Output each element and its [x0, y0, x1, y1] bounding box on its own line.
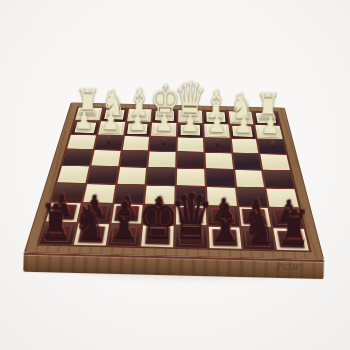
square-f8[interactable]: ♝ [107, 225, 141, 247]
square-g2[interactable]: ♟ [98, 121, 125, 135]
white-pawn[interactable]: ♟ [181, 112, 200, 135]
white-pawn[interactable]: ♟ [208, 113, 227, 136]
square-b3[interactable] [231, 139, 258, 154]
square-e2[interactable]: ♟ [151, 122, 176, 136]
square-g5[interactable] [87, 167, 117, 184]
black-rook[interactable]: ♜ [39, 198, 73, 244]
square-h3[interactable] [67, 135, 96, 150]
square-a8[interactable]: ♜ [274, 229, 309, 251]
square-g4[interactable] [91, 150, 120, 166]
artist-signature: PCW [274, 262, 301, 272]
tile-peg [161, 138, 165, 146]
square-d8[interactable]: ♛ [175, 226, 207, 248]
square-b5[interactable] [235, 170, 265, 187]
square-a5[interactable] [263, 171, 294, 188]
square-e8[interactable]: ♚ [141, 225, 173, 247]
square-d4[interactable] [177, 152, 204, 168]
black-rook[interactable]: ♜ [276, 204, 310, 250]
tile-peg [216, 139, 220, 147]
black-knight[interactable]: ♞ [243, 203, 277, 249]
square-b4[interactable] [233, 154, 261, 170]
black-knight[interactable]: ♞ [73, 199, 107, 245]
square-d3[interactable] [178, 137, 204, 152]
square-d2[interactable]: ♟ [178, 123, 203, 137]
white-pawn[interactable]: ♟ [261, 114, 280, 137]
square-h5[interactable] [57, 166, 88, 183]
square-e4[interactable] [148, 152, 175, 168]
square-a2[interactable]: ♟ [256, 125, 283, 139]
square-e3[interactable] [150, 137, 176, 152]
square-g8[interactable]: ♞ [74, 224, 109, 246]
white-pawn[interactable]: ♟ [128, 111, 147, 134]
black-bishop[interactable]: ♝ [207, 199, 244, 248]
square-c3[interactable] [205, 138, 231, 153]
white-pawn[interactable]: ♟ [234, 113, 253, 136]
square-f2[interactable]: ♟ [125, 122, 151, 136]
chess-board: ♜♞♝♚♛♝♞♜♟♟♟♟♟♟♟♟♟♟♟♟♟♟♟♟♜♞♝♚♛♝♞♜ PCW [24, 103, 325, 260]
square-f3[interactable] [122, 136, 149, 151]
square-g3[interactable] [95, 135, 123, 150]
scene: ♜♞♝♚♛♝♞♜♟♟♟♟♟♟♟♟♟♟♟♟♟♟♟♟♜♞♝♚♛♝♞♜ PCW [0, 0, 350, 350]
board-grid: ♜♞♝♚♛♝♞♜♟♟♟♟♟♟♟♟♟♟♟♟♟♟♟♟♜♞♝♚♛♝♞♜ [37, 107, 312, 253]
tile-peg [270, 140, 274, 148]
square-a3[interactable] [258, 139, 286, 154]
black-bishop[interactable]: ♝ [106, 196, 143, 245]
white-pawn[interactable]: ♟ [102, 110, 121, 133]
photo-backdrop: ♜♞♝♚♛♝♞♜♟♟♟♟♟♟♟♟♟♟♟♟♟♟♟♟♜♞♝♚♛♝♞♜ PCW [0, 0, 350, 350]
tile-peg [107, 136, 111, 144]
square-h2[interactable]: ♟ [71, 121, 99, 135]
square-c4[interactable] [205, 153, 232, 169]
square-h4[interactable] [62, 150, 92, 166]
wooden-frame: ♜♞♝♚♛♝♞♜♟♟♟♟♟♟♟♟♟♟♟♟♟♟♟♟♜♞♝♚♛♝♞♜ [24, 103, 325, 260]
white-pawn[interactable]: ♟ [155, 111, 174, 134]
square-b2[interactable]: ♟ [230, 124, 256, 138]
white-pawn[interactable]: ♟ [75, 109, 94, 132]
square-f4[interactable] [120, 151, 148, 167]
square-a4[interactable] [261, 154, 290, 170]
black-king[interactable]: ♚ [138, 191, 179, 246]
square-h8[interactable]: ♜ [40, 223, 76, 245]
square-f5[interactable] [117, 167, 146, 184]
square-c2[interactable]: ♟ [204, 124, 229, 138]
square-b8[interactable]: ♞ [241, 228, 275, 250]
square-c8[interactable]: ♝ [208, 227, 241, 249]
